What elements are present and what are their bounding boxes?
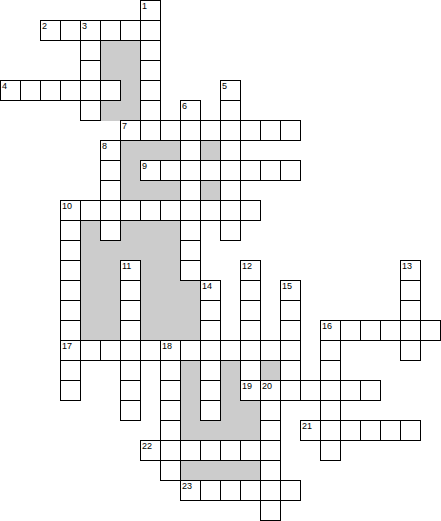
letter-cell-r14-c12[interactable] [240,280,261,301]
letter-cell-r19-c18[interactable] [360,380,381,401]
letter-cell-r21-c18[interactable] [360,420,381,441]
letter-cell-r8-c9[interactable] [180,160,201,181]
letter-cell-r24-c11[interactable] [220,480,241,501]
blocked-cell-r12-c7 [140,240,161,261]
letter-cell-r17-c16[interactable] [320,340,341,361]
blocked-cell-r15-c7 [140,300,161,321]
letter-cell-r24-c9[interactable]: 23 [180,480,201,501]
blocked-cell-r3-c5 [100,60,121,81]
letter-cell-r19-c17[interactable] [340,380,361,401]
blocked-cell-r5-c5 [100,100,121,121]
blocked-cell-r18-c11 [220,360,241,381]
letter-cell-r19-c8[interactable] [160,380,181,401]
clue-number-20: 20 [262,381,272,391]
blocked-cell-r14-c7 [140,280,161,301]
clue-number-1: 1 [142,1,147,11]
letter-cell-r6-c13[interactable] [260,120,281,141]
blocked-cell-r23-c12 [240,460,261,481]
letter-cell-r17-c14[interactable] [280,340,301,361]
clue-number-4: 4 [2,81,7,91]
letter-cell-r17-c8[interactable]: 18 [160,340,181,361]
blocked-cell-r16-c5 [100,320,121,341]
blocked-cell-r23-c10 [200,460,221,481]
letter-cell-r16-c14[interactable] [280,320,301,341]
blocked-cell-r2-c5 [100,40,121,61]
letter-cell-r21-c16[interactable] [320,420,341,441]
letter-cell-r21-c17[interactable] [340,420,361,441]
letter-cell-r1-c2[interactable]: 2 [40,20,61,41]
blocked-cell-r16-c9 [180,320,201,341]
letter-cell-r23-c13[interactable] [260,460,281,481]
blocked-cell-r19-c11 [220,380,241,401]
blocked-cell-r7-c7 [140,140,161,161]
letter-cell-r10-c12[interactable] [240,200,261,221]
letter-cell-r23-c8[interactable] [160,460,181,481]
letter-cell-r19-c10[interactable] [200,380,221,401]
letter-cell-r21-c13[interactable] [260,420,281,441]
blocked-cell-r5-c6 [120,100,141,121]
letter-cell-r5-c11[interactable] [220,100,241,121]
letter-cell-r3-c4[interactable] [80,60,101,81]
blocked-cell-r15-c5 [100,300,121,321]
letter-cell-r6-c10[interactable] [200,120,221,141]
blocked-cell-r20-c12 [240,400,261,421]
letter-cell-r19-c15[interactable] [300,380,321,401]
blocked-cell-r21-c11 [220,420,241,441]
letter-cell-r5-c4[interactable] [80,100,101,121]
letter-cell-r16-c17[interactable] [340,320,361,341]
letter-cell-r14-c20[interactable] [400,280,421,301]
clue-number-15: 15 [282,281,292,291]
letter-cell-r13-c6[interactable]: 11 [120,260,141,281]
letter-cell-r10-c11[interactable] [220,200,241,221]
blocked-cell-r12-c6 [120,240,141,261]
blocked-cell-r16-c4 [80,320,101,341]
letter-cell-r8-c11[interactable] [220,160,241,181]
letter-cell-r4-c4[interactable] [80,80,101,101]
blocked-cell-r9-c6 [120,180,141,201]
blocked-cell-r14-c5 [100,280,121,301]
letter-cell-r6-c12[interactable] [240,120,261,141]
clue-number-9: 9 [142,161,147,171]
letter-cell-r5-c9[interactable]: 6 [180,100,201,121]
letter-cell-r11-c3[interactable] [60,220,81,241]
letter-cell-r8-c10[interactable] [200,160,221,181]
blocked-cell-r12-c8 [160,240,181,261]
letter-cell-r18-c6[interactable] [120,360,141,381]
letter-cell-r1-c3[interactable] [60,20,81,41]
letter-cell-r22-c12[interactable] [240,440,261,461]
letter-cell-r16-c18[interactable] [360,320,381,341]
blocked-cell-r11-c8 [160,220,181,241]
blocked-cell-r12-c4 [80,240,101,261]
letter-cell-r4-c2[interactable] [40,80,61,101]
letter-cell-r17-c9[interactable] [180,340,201,361]
letter-cell-r22-c7[interactable]: 22 [140,440,161,461]
clue-number-5: 5 [222,81,227,91]
blocked-cell-r7-c10 [200,140,221,161]
letter-cell-r14-c3[interactable] [60,280,81,301]
clue-number-22: 22 [142,441,152,451]
clue-number-3: 3 [82,21,87,31]
letter-cell-r22-c11[interactable] [220,440,241,461]
blocked-cell-r20-c9 [180,400,201,421]
letter-cell-r11-c11[interactable] [220,220,241,241]
letter-cell-r17-c6[interactable] [120,340,141,361]
letter-cell-r4-c3[interactable] [60,80,81,101]
letter-cell-r16-c3[interactable] [60,320,81,341]
letter-cell-r4-c1[interactable] [20,80,41,101]
letter-cell-r16-c12[interactable] [240,320,261,341]
blocked-cell-r14-c8 [160,280,181,301]
letter-cell-r6-c9[interactable] [180,120,201,141]
letter-cell-r20-c10[interactable] [200,400,221,421]
blocked-cell-r13-c5 [100,260,121,281]
letter-cell-r9-c5[interactable] [100,180,121,201]
blocked-cell-r11-c7 [140,220,161,241]
letter-cell-r4-c5[interactable] [100,80,121,101]
letter-cell-r15-c3[interactable] [60,300,81,321]
letter-cell-r21-c19[interactable] [380,420,401,441]
letter-cell-r15-c12[interactable] [240,300,261,321]
blocked-cell-r15-c4 [80,300,101,321]
blocked-cell-r3-c6 [120,60,141,81]
blocked-cell-r12-c5 [100,240,121,261]
letter-cell-r20-c16[interactable] [320,400,341,421]
letter-cell-r13-c20[interactable]: 13 [400,260,421,281]
letter-cell-r10-c7[interactable] [140,200,161,221]
clue-number-11: 11 [122,261,131,271]
blocked-cell-r9-c8 [160,180,181,201]
letter-cell-r24-c13[interactable] [260,480,281,501]
letter-cell-r10-c8[interactable] [160,200,181,221]
letter-cell-r8-c14[interactable] [280,160,301,181]
blocked-cell-r14-c4 [80,280,101,301]
blocked-cell-r9-c7 [140,180,161,201]
letter-cell-r19-c12[interactable]: 19 [240,380,261,401]
letter-cell-r22-c16[interactable] [320,440,341,461]
letter-cell-r16-c16[interactable]: 16 [320,320,341,341]
clue-number-7: 7 [122,121,127,131]
blocked-cell-r13-c7 [140,260,161,281]
letter-cell-r16-c21[interactable] [420,320,441,341]
letter-cell-r16-c19[interactable] [380,320,401,341]
letter-cell-r17-c3[interactable]: 17 [60,340,81,361]
blocked-cell-r21-c9 [180,420,201,441]
letter-cell-r15-c10[interactable] [200,300,221,321]
clue-number-19: 19 [242,381,252,391]
blocked-cell-r8-c6 [120,160,141,181]
letter-cell-r11-c5[interactable] [100,220,121,241]
clue-number-23: 23 [182,481,192,491]
blocked-cell-r15-c9 [180,300,201,321]
letter-cell-r6-c7[interactable] [140,120,161,141]
letter-cell-r7-c5[interactable]: 8 [100,140,121,161]
blocked-cell-r15-c8 [160,300,181,321]
letter-cell-r6-c8[interactable] [160,120,181,141]
letter-cell-r14-c14[interactable]: 15 [280,280,301,301]
letter-cell-r18-c16[interactable] [320,360,341,381]
letter-cell-r9-c9[interactable] [180,180,201,201]
letter-cell-r7-c9[interactable] [180,140,201,161]
letter-cell-r20-c6[interactable] [120,400,141,421]
blocked-cell-r11-c6 [120,220,141,241]
letter-cell-r8-c13[interactable] [260,160,281,181]
letter-cell-r2-c7[interactable] [140,40,161,61]
letter-cell-r18-c14[interactable] [280,360,301,381]
letter-cell-r11-c9[interactable] [180,220,201,241]
letter-cell-r4-c11[interactable]: 5 [220,80,241,101]
letter-cell-r14-c10[interactable]: 14 [200,280,221,301]
letter-cell-r4-c0[interactable]: 4 [0,80,21,101]
letter-cell-r19-c3[interactable] [60,380,81,401]
clue-number-10: 10 [62,201,72,211]
clue-number-16: 16 [322,321,332,331]
letter-cell-r22-c9[interactable] [180,440,201,461]
letter-cell-r0-c7[interactable]: 1 [140,0,161,21]
letter-cell-r18-c10[interactable] [200,360,221,381]
letter-cell-r20-c8[interactable] [160,400,181,421]
letter-cell-r10-c9[interactable] [180,200,201,221]
blocked-cell-r21-c12 [240,420,261,441]
letter-cell-r14-c6[interactable] [120,280,141,301]
blocked-cell-r4-c6 [120,80,141,101]
letter-cell-r17-c12[interactable] [240,340,261,361]
letter-cell-r1-c7[interactable] [140,20,161,41]
letter-cell-r8-c8[interactable] [160,160,181,181]
letter-cell-r21-c15[interactable]: 21 [300,420,321,441]
blocked-cell-r21-c10 [200,420,221,441]
blocked-cell-r13-c8 [160,260,181,281]
clue-number-8: 8 [102,141,107,151]
letter-cell-r2-c4[interactable] [80,40,101,61]
clue-number-2: 2 [42,21,47,31]
letter-cell-r19-c6[interactable] [120,380,141,401]
letter-cell-r13-c9[interactable] [180,260,201,281]
letter-cell-r13-c3[interactable] [60,260,81,281]
letter-cell-r3-c7[interactable] [140,60,161,81]
letter-cell-r15-c14[interactable] [280,300,301,321]
letter-cell-r1-c4[interactable]: 3 [80,20,101,41]
blocked-cell-r18-c9 [180,360,201,381]
letter-cell-r19-c16[interactable] [320,380,341,401]
blocked-cell-r14-c9 [180,280,201,301]
letter-cell-r13-c12[interactable]: 12 [240,260,261,281]
blocked-cell-r7-c8 [160,140,181,161]
letter-cell-r17-c7[interactable] [140,340,161,361]
letter-cell-r17-c13[interactable] [260,340,281,361]
letter-cell-r6-c14[interactable] [280,120,301,141]
clue-number-21: 21 [302,421,312,431]
letter-cell-r22-c10[interactable] [200,440,221,461]
blocked-cell-r19-c9 [180,380,201,401]
letter-cell-r25-c13[interactable] [260,500,281,521]
letter-cell-r19-c13[interactable]: 20 [260,380,281,401]
clue-number-14: 14 [202,281,212,291]
blocked-cell-r2-c6 [120,40,141,61]
letter-cell-r17-c5[interactable] [100,340,121,361]
clue-number-6: 6 [182,101,187,111]
letter-cell-r24-c14[interactable] [280,480,301,501]
blocked-cell-r20-c11 [220,400,241,421]
clue-number-17: 17 [62,341,72,351]
clue-number-18: 18 [162,341,172,351]
letter-cell-r6-c6[interactable]: 7 [120,120,141,141]
letter-cell-r21-c20[interactable] [400,420,421,441]
letter-cell-r18-c12[interactable] [240,360,261,381]
letter-cell-r18-c3[interactable] [60,360,81,381]
letter-cell-r8-c5[interactable] [100,160,121,181]
letter-cell-r10-c10[interactable] [200,200,221,221]
letter-cell-r24-c12[interactable] [240,480,261,501]
letter-cell-r15-c20[interactable] [400,300,421,321]
letter-cell-r6-c11[interactable] [220,120,241,141]
letter-cell-r1-c6[interactable] [120,20,141,41]
blocked-cell-r16-c7 [140,320,161,341]
letter-cell-r17-c11[interactable] [220,340,241,361]
letter-cell-r4-c7[interactable] [140,80,161,101]
letter-cell-r10-c4[interactable] [80,200,101,221]
blocked-cell-r18-c13 [260,360,281,381]
letter-cell-r8-c7[interactable]: 9 [140,160,161,181]
letter-cell-r10-c3[interactable]: 10 [60,200,81,221]
letter-cell-r17-c20[interactable] [400,340,421,361]
blocked-cell-r23-c11 [220,460,241,481]
letter-cell-r18-c8[interactable] [160,360,181,381]
letter-cell-r1-c5[interactable] [100,20,121,41]
letter-cell-r17-c4[interactable] [80,340,101,361]
letter-cell-r12-c3[interactable] [60,240,81,261]
letter-cell-r22-c8[interactable] [160,440,181,461]
letter-cell-r22-c13[interactable] [260,440,281,461]
letter-cell-r21-c8[interactable] [160,420,181,441]
letter-cell-r5-c7[interactable] [140,100,161,121]
letter-cell-r24-c10[interactable] [200,480,221,501]
letter-cell-r19-c14[interactable] [280,380,301,401]
clue-number-13: 13 [402,261,412,271]
letter-cell-r16-c6[interactable] [120,320,141,341]
blocked-cell-r11-c4 [80,220,101,241]
letter-cell-r15-c6[interactable] [120,300,141,321]
letter-cell-r7-c11[interactable] [220,140,241,161]
blocked-cell-r23-c9 [180,460,201,481]
blocked-cell-r9-c10 [200,180,221,201]
blocked-cell-r16-c8 [160,320,181,341]
letter-cell-r12-c9[interactable] [180,240,201,261]
letter-cell-r10-c5[interactable] [100,200,121,221]
blocked-cell-r13-c4 [80,260,101,281]
letter-cell-r8-c12[interactable] [240,160,261,181]
clue-number-12: 12 [242,261,252,271]
letter-cell-r9-c11[interactable] [220,180,241,201]
letter-cell-r17-c10[interactable] [200,340,221,361]
letter-cell-r20-c13[interactable] [260,400,281,421]
letter-cell-r16-c20[interactable] [400,320,421,341]
letter-cell-r10-c6[interactable] [120,200,141,221]
blocked-cell-r7-c6 [120,140,141,161]
letter-cell-r16-c10[interactable] [200,320,221,341]
crossword-grid: 1234567891011121314151617181920212223 [0,0,441,521]
